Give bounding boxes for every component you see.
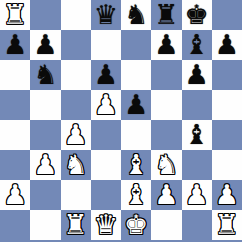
- black-pawn[interactable]: ♟: [33, 30, 57, 60]
- square-c8[interactable]: [61, 0, 91, 30]
- square-d4[interactable]: [91, 120, 121, 150]
- square-f3[interactable]: ♞: [151, 150, 181, 180]
- square-b6[interactable]: ♞: [30, 60, 60, 90]
- square-f4[interactable]: [151, 120, 181, 150]
- white-pawn[interactable]: ♟: [185, 180, 209, 210]
- square-g1[interactable]: [182, 210, 212, 240]
- square-h8[interactable]: [212, 0, 242, 30]
- square-d5[interactable]: ♟: [91, 90, 121, 120]
- white-rook[interactable]: ♜: [215, 210, 239, 240]
- square-e6[interactable]: [121, 60, 151, 90]
- square-b1[interactable]: [30, 210, 60, 240]
- white-rook[interactable]: ♜: [3, 0, 27, 30]
- square-c2[interactable]: [61, 180, 91, 210]
- square-g2[interactable]: ♟: [182, 180, 212, 210]
- square-f6[interactable]: [151, 60, 181, 90]
- square-h4[interactable]: [212, 120, 242, 150]
- square-e1[interactable]: ♚: [121, 210, 151, 240]
- square-f2[interactable]: ♟: [151, 180, 181, 210]
- white-king[interactable]: ♚: [124, 210, 148, 240]
- white-pawn[interactable]: ♟: [215, 180, 239, 210]
- black-bishop[interactable]: ♝: [185, 120, 209, 150]
- square-d7[interactable]: [91, 30, 121, 60]
- black-king[interactable]: ♚: [185, 0, 209, 30]
- white-knight[interactable]: ♞: [154, 150, 178, 180]
- square-a6[interactable]: [0, 60, 30, 90]
- square-e5[interactable]: ♟: [121, 90, 151, 120]
- black-rook[interactable]: ♜: [154, 0, 178, 30]
- square-b3[interactable]: ♟: [30, 150, 60, 180]
- black-pawn[interactable]: ♟: [185, 60, 209, 90]
- white-queen[interactable]: ♛: [94, 210, 118, 240]
- square-h1[interactable]: ♜: [212, 210, 242, 240]
- square-a8[interactable]: ♜: [0, 0, 30, 30]
- square-c1[interactable]: ♜: [61, 210, 91, 240]
- square-f8[interactable]: ♜: [151, 0, 181, 30]
- square-g4[interactable]: ♝: [182, 120, 212, 150]
- square-e3[interactable]: ♝: [121, 150, 151, 180]
- square-g8[interactable]: ♚: [182, 0, 212, 30]
- white-knight[interactable]: ♞: [64, 150, 88, 180]
- square-b8[interactable]: [30, 0, 60, 30]
- square-d1[interactable]: ♛: [91, 210, 121, 240]
- square-h7[interactable]: ♟: [212, 30, 242, 60]
- white-pawn[interactable]: ♟: [33, 150, 57, 180]
- square-b5[interactable]: [30, 90, 60, 120]
- square-a7[interactable]: ♟: [0, 30, 30, 60]
- square-h3[interactable]: [212, 150, 242, 180]
- chess-board: ♜♛♞♜♚♟♟♟♝♟♞♟♟♟♟♟♝♟♞♝♞♟♝♟♟♟♜♛♚♜: [0, 0, 242, 242]
- square-b2[interactable]: [30, 180, 60, 210]
- square-h6[interactable]: [212, 60, 242, 90]
- black-knight[interactable]: ♞: [124, 0, 148, 30]
- square-h5[interactable]: [212, 90, 242, 120]
- white-rook[interactable]: ♜: [64, 210, 88, 240]
- square-b4[interactable]: [30, 120, 60, 150]
- square-a3[interactable]: [0, 150, 30, 180]
- black-pawn[interactable]: ♟: [3, 30, 27, 60]
- square-c7[interactable]: [61, 30, 91, 60]
- square-g7[interactable]: ♝: [182, 30, 212, 60]
- square-c5[interactable]: [61, 90, 91, 120]
- square-b7[interactable]: ♟: [30, 30, 60, 60]
- white-pawn[interactable]: ♟: [94, 90, 118, 120]
- square-g3[interactable]: [182, 150, 212, 180]
- square-a4[interactable]: [0, 120, 30, 150]
- black-pawn[interactable]: ♟: [215, 30, 239, 60]
- black-pawn[interactable]: ♟: [154, 30, 178, 60]
- white-pawn[interactable]: ♟: [3, 180, 27, 210]
- square-g6[interactable]: ♟: [182, 60, 212, 90]
- square-g5[interactable]: [182, 90, 212, 120]
- white-bishop[interactable]: ♝: [124, 150, 148, 180]
- square-f5[interactable]: [151, 90, 181, 120]
- square-c3[interactable]: ♞: [61, 150, 91, 180]
- white-pawn[interactable]: ♟: [154, 180, 178, 210]
- chess-board-container: ♜♛♞♜♚♟♟♟♝♟♞♟♟♟♟♟♝♟♞♝♞♟♝♟♟♟♜♛♚♜: [0, 0, 242, 242]
- white-bishop[interactable]: ♝: [124, 180, 148, 210]
- square-c6[interactable]: [61, 60, 91, 90]
- square-e2[interactable]: ♝: [121, 180, 151, 210]
- square-d8[interactable]: ♛: [91, 0, 121, 30]
- white-pawn[interactable]: ♟: [64, 120, 88, 150]
- black-queen[interactable]: ♛: [94, 0, 118, 30]
- square-d6[interactable]: ♟: [91, 60, 121, 90]
- black-bishop[interactable]: ♝: [185, 30, 209, 60]
- square-a1[interactable]: [0, 210, 30, 240]
- black-pawn[interactable]: ♟: [124, 90, 148, 120]
- square-f1[interactable]: [151, 210, 181, 240]
- square-e8[interactable]: ♞: [121, 0, 151, 30]
- black-knight[interactable]: ♞: [33, 60, 57, 90]
- square-a2[interactable]: ♟: [0, 180, 30, 210]
- square-e7[interactable]: [121, 30, 151, 60]
- black-pawn[interactable]: ♟: [94, 60, 118, 90]
- square-e4[interactable]: [121, 120, 151, 150]
- square-c4[interactable]: ♟: [61, 120, 91, 150]
- square-d3[interactable]: [91, 150, 121, 180]
- square-f7[interactable]: ♟: [151, 30, 181, 60]
- square-a5[interactable]: [0, 90, 30, 120]
- square-h2[interactable]: ♟: [212, 180, 242, 210]
- square-d2[interactable]: [91, 180, 121, 210]
